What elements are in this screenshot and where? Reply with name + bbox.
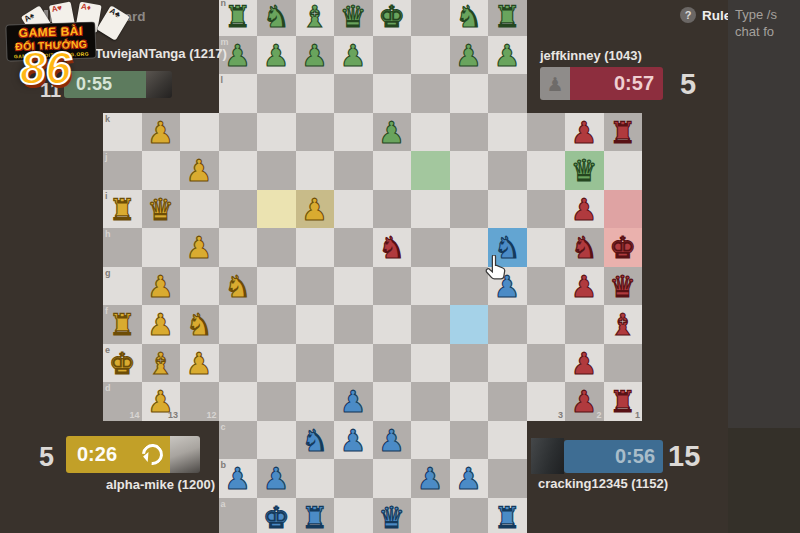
yellow-P-piece: ♟ xyxy=(142,267,181,306)
square[interactable] xyxy=(411,382,450,421)
square[interactable] xyxy=(411,228,450,267)
rank-label: a xyxy=(221,499,226,509)
rank-label: m xyxy=(221,37,229,47)
square[interactable]: ♟ xyxy=(180,344,219,383)
chat-placeholder-line1: Type /s xyxy=(735,6,800,23)
square[interactable] xyxy=(373,267,412,306)
refresh-turn-icon xyxy=(138,440,168,470)
square[interactable] xyxy=(488,74,527,113)
square[interactable] xyxy=(296,74,335,113)
square[interactable] xyxy=(219,382,258,421)
green-Q-piece: ♛ xyxy=(565,151,604,190)
square[interactable]: ♟ xyxy=(180,151,219,190)
square[interactable] xyxy=(334,74,373,113)
square[interactable]: ♟ xyxy=(488,36,527,75)
blue-P-piece: ♟ xyxy=(257,459,296,498)
square[interactable] xyxy=(180,267,219,306)
clock-time-red: 0:57 xyxy=(570,67,663,100)
red-R-piece: ♜ xyxy=(604,113,643,152)
square[interactable]: ♛ xyxy=(142,190,181,229)
square[interactable]: a xyxy=(219,498,258,533)
cut-corner xyxy=(180,74,219,113)
yellow-R-piece: ♜ xyxy=(103,305,142,344)
red-P-piece: ♟ xyxy=(565,344,604,383)
cut-corner xyxy=(565,498,604,533)
player-name-blue[interactable]: cracking12345 (1152) xyxy=(538,476,668,491)
square[interactable] xyxy=(334,190,373,229)
square[interactable] xyxy=(450,228,489,267)
square[interactable] xyxy=(565,305,604,344)
square[interactable] xyxy=(296,228,335,267)
square[interactable] xyxy=(257,151,296,190)
square[interactable]: ♜ xyxy=(296,498,335,533)
square[interactable] xyxy=(450,344,489,383)
rank-label: f xyxy=(105,306,108,316)
clock-red: ♟ 0:57 xyxy=(540,67,663,100)
square[interactable]: ♟ xyxy=(334,36,373,75)
square[interactable] xyxy=(219,190,258,229)
rank-label: g xyxy=(105,268,111,278)
square[interactable]: j xyxy=(103,151,142,190)
square[interactable] xyxy=(373,36,412,75)
square[interactable] xyxy=(257,382,296,421)
square[interactable]: ♞ xyxy=(565,228,604,267)
square[interactable] xyxy=(450,190,489,229)
chat-panel-lower xyxy=(728,428,800,533)
square[interactable] xyxy=(527,190,566,229)
square[interactable]: ♟ xyxy=(296,36,335,75)
square[interactable] xyxy=(219,151,258,190)
square[interactable] xyxy=(180,190,219,229)
cut-corner xyxy=(527,0,566,36)
square[interactable]: ♟ xyxy=(257,36,296,75)
square[interactable] xyxy=(604,190,643,229)
file-label: 14 xyxy=(129,410,139,420)
blue-P-piece: ♟ xyxy=(450,459,489,498)
square[interactable] xyxy=(257,305,296,344)
yellow-R-piece: ♜ xyxy=(103,190,142,229)
chat-panel: Type /s chat fo xyxy=(728,0,800,533)
square[interactable] xyxy=(488,113,527,152)
square[interactable] xyxy=(450,498,489,533)
cut-corner xyxy=(142,0,181,36)
logo-number: 86 xyxy=(20,45,71,91)
square[interactable] xyxy=(296,382,335,421)
rank-label: c xyxy=(221,422,226,432)
square[interactable]: ♜ xyxy=(488,498,527,533)
square[interactable]: ♟ xyxy=(373,421,412,460)
square[interactable] xyxy=(142,228,181,267)
square[interactable] xyxy=(334,498,373,533)
file-label: 1 xyxy=(635,410,640,420)
square[interactable]: ♟ xyxy=(565,113,604,152)
square[interactable] xyxy=(334,151,373,190)
square[interactable]: ♝ xyxy=(604,305,643,344)
square[interactable]: ♟ xyxy=(411,459,450,498)
square[interactable] xyxy=(373,459,412,498)
turn-indicator-wrap xyxy=(142,436,170,473)
square[interactable]: h xyxy=(103,228,142,267)
square[interactable]: ♟ xyxy=(450,36,489,75)
red-P-piece: ♟ xyxy=(565,113,604,152)
green-P-piece: ♟ xyxy=(450,36,489,75)
square[interactable]: e♚ xyxy=(103,344,142,383)
square[interactable] xyxy=(411,190,450,229)
rank-label: l xyxy=(221,75,224,85)
yellow-N-piece: ♞ xyxy=(219,267,258,306)
blue-N-piece: ♞ xyxy=(296,421,335,460)
score-red: 5 xyxy=(680,68,696,101)
green-P-piece: ♟ xyxy=(334,36,373,75)
rank-label: d xyxy=(105,383,111,393)
square[interactable] xyxy=(450,382,489,421)
square[interactable]: ♞ xyxy=(450,0,489,36)
square[interactable]: ♟ xyxy=(334,382,373,421)
yellow-N-piece: ♞ xyxy=(180,305,219,344)
cut-corner xyxy=(180,0,219,36)
square[interactable]: b♟ xyxy=(219,459,258,498)
square[interactable]: ♚ xyxy=(604,228,643,267)
square[interactable] xyxy=(334,228,373,267)
green-N-piece: ♞ xyxy=(257,0,296,36)
square[interactable] xyxy=(527,344,566,383)
square[interactable]: ♝ xyxy=(142,344,181,383)
square[interactable] xyxy=(296,151,335,190)
square[interactable]: ♟ xyxy=(142,267,181,306)
square[interactable]: ♞ xyxy=(373,228,412,267)
square[interactable] xyxy=(411,36,450,75)
app-window: n♜♞♝♛♚♞♜m♟♟♟♟♟♟lk♟♟♟♜j♟♛i♜♛♟♟h♟♞♞♞♚g♟♞♟♟… xyxy=(0,0,800,533)
avatar-red: ♟ xyxy=(540,67,570,100)
red-P-piece: ♟ xyxy=(565,267,604,306)
square[interactable] xyxy=(373,151,412,190)
blue-R-piece: ♜ xyxy=(296,498,335,533)
square[interactable]: ♛ xyxy=(334,0,373,36)
square[interactable]: ♟ xyxy=(142,305,181,344)
chat-placeholder-line2: chat fo xyxy=(735,23,800,40)
square[interactable]: ♟ xyxy=(142,113,181,152)
green-Q-piece: ♛ xyxy=(334,0,373,36)
cut-corner xyxy=(604,0,643,36)
square[interactable] xyxy=(604,151,643,190)
yellow-P-piece: ♟ xyxy=(180,344,219,383)
cut-corner xyxy=(604,498,643,533)
square[interactable] xyxy=(411,421,450,460)
cut-corner xyxy=(142,498,181,533)
square[interactable] xyxy=(296,344,335,383)
square[interactable]: ♞ xyxy=(257,0,296,36)
square[interactable] xyxy=(296,267,335,306)
blue-P-piece: ♟ xyxy=(411,459,450,498)
square[interactable] xyxy=(411,151,450,190)
square[interactable]: k xyxy=(103,113,142,152)
chat-input[interactable]: Type /s chat fo xyxy=(735,6,800,40)
clock-yellow: 0:26 xyxy=(66,436,200,473)
red-N-piece: ♞ xyxy=(565,228,604,267)
square[interactable] xyxy=(488,151,527,190)
clock-blue: 0:56 xyxy=(564,440,663,473)
square[interactable]: ♟ xyxy=(373,113,412,152)
square[interactable]: ♟ xyxy=(257,459,296,498)
file-label: 13 xyxy=(168,410,178,420)
square[interactable]: ♛ xyxy=(373,498,412,533)
square[interactable] xyxy=(219,228,258,267)
square[interactable]: 2♟ xyxy=(565,382,604,421)
square[interactable] xyxy=(373,344,412,383)
green-P-piece: ♟ xyxy=(488,36,527,75)
square[interactable]: 1♜ xyxy=(604,382,643,421)
square[interactable] xyxy=(488,421,527,460)
square[interactable] xyxy=(219,305,258,344)
blue-R-piece: ♜ xyxy=(488,498,527,533)
square[interactable] xyxy=(488,190,527,229)
square[interactable] xyxy=(257,74,296,113)
green-P-piece: ♟ xyxy=(296,36,335,75)
file-label: 2 xyxy=(596,410,601,420)
square[interactable]: ♟ xyxy=(565,344,604,383)
red-N-piece: ♞ xyxy=(373,228,412,267)
square[interactable]: ♟ xyxy=(180,228,219,267)
webcam-green xyxy=(146,71,172,98)
square[interactable]: ♟ xyxy=(450,459,489,498)
green-K-piece: ♚ xyxy=(373,0,412,36)
square[interactable] xyxy=(411,498,450,533)
square[interactable] xyxy=(604,344,643,383)
yellow-P-piece: ♟ xyxy=(180,228,219,267)
square[interactable] xyxy=(219,344,258,383)
square[interactable]: ♛ xyxy=(565,151,604,190)
file-label: 12 xyxy=(206,410,216,420)
clock-time-blue: 0:56 xyxy=(564,440,663,473)
rank-label: b xyxy=(221,460,227,470)
square[interactable]: ♜ xyxy=(488,0,527,36)
square[interactable]: i♜ xyxy=(103,190,142,229)
square[interactable] xyxy=(488,382,527,421)
square[interactable] xyxy=(334,344,373,383)
yellow-B-piece: ♝ xyxy=(142,344,181,383)
square[interactable]: ♝ xyxy=(296,0,335,36)
square[interactable] xyxy=(219,113,258,152)
square[interactable] xyxy=(527,305,566,344)
square[interactable]: ♚ xyxy=(373,0,412,36)
square[interactable] xyxy=(488,459,527,498)
square[interactable]: n♜ xyxy=(219,0,258,36)
player-name-red[interactable]: jeffkinney (1043) xyxy=(540,48,642,63)
green-R-piece: ♜ xyxy=(488,0,527,36)
square[interactable] xyxy=(373,74,412,113)
square[interactable]: f♜ xyxy=(103,305,142,344)
green-P-piece: ♟ xyxy=(373,113,412,152)
square[interactable] xyxy=(257,267,296,306)
square[interactable] xyxy=(334,305,373,344)
square[interactable] xyxy=(373,382,412,421)
red-Q-piece: ♛ xyxy=(604,267,643,306)
score-yellow: 5 xyxy=(39,442,54,473)
square[interactable] xyxy=(411,267,450,306)
square[interactable]: g xyxy=(103,267,142,306)
square[interactable] xyxy=(411,113,450,152)
yellow-Q-piece: ♛ xyxy=(142,190,181,229)
green-N-piece: ♞ xyxy=(450,0,489,36)
square[interactable]: l xyxy=(219,74,258,113)
rank-label: k xyxy=(105,114,110,124)
green-B-piece: ♝ xyxy=(296,0,335,36)
rank-label: e xyxy=(105,345,110,355)
square[interactable] xyxy=(296,459,335,498)
square[interactable]: ♜ xyxy=(604,113,643,152)
square[interactable] xyxy=(450,305,489,344)
square[interactable] xyxy=(142,151,181,190)
square[interactable] xyxy=(411,74,450,113)
square[interactable] xyxy=(180,113,219,152)
red-K-piece: ♚ xyxy=(604,228,643,267)
rank-label: h xyxy=(105,229,111,239)
blue-Q-piece: ♛ xyxy=(373,498,412,533)
square[interactable] xyxy=(296,305,335,344)
square[interactable] xyxy=(488,344,527,383)
player-name-yellow[interactable]: alpha-mike (1200) xyxy=(106,477,215,492)
square[interactable] xyxy=(450,267,489,306)
square[interactable]: ♟ xyxy=(296,190,335,229)
cut-corner xyxy=(103,498,142,533)
yellow-P-piece: ♟ xyxy=(180,151,219,190)
blue-P-piece: ♟ xyxy=(334,382,373,421)
square[interactable]: 12 xyxy=(180,382,219,421)
pawn-avatar-icon: ♟ xyxy=(546,73,563,95)
rank-label: j xyxy=(105,152,108,162)
blue-P-piece: ♟ xyxy=(373,421,412,460)
square[interactable] xyxy=(488,305,527,344)
square[interactable]: ♞ xyxy=(219,267,258,306)
square[interactable]: ♛ xyxy=(604,267,643,306)
square[interactable] xyxy=(257,113,296,152)
red-B-piece: ♝ xyxy=(604,305,643,344)
square[interactable] xyxy=(450,151,489,190)
rank-label: n xyxy=(221,0,227,8)
square[interactable]: ♟ xyxy=(565,190,604,229)
square[interactable] xyxy=(334,113,373,152)
cut-corner xyxy=(565,0,604,36)
square[interactable]: 14d xyxy=(103,382,142,421)
rank-label: i xyxy=(105,191,108,201)
green-P-piece: ♟ xyxy=(257,36,296,75)
square[interactable] xyxy=(334,267,373,306)
yellow-P-piece: ♟ xyxy=(142,113,181,152)
webcam-blue xyxy=(531,438,564,474)
square[interactable] xyxy=(296,113,335,152)
square[interactable] xyxy=(257,190,296,229)
watermark-logo: A♠ A♥ A♦ A♣ GAME BÀI ĐỔI THƯỞNG GAMEBAID… xyxy=(6,1,126,101)
square[interactable] xyxy=(334,459,373,498)
clock-time-yellow: 0:26 xyxy=(66,436,142,473)
square[interactable] xyxy=(257,228,296,267)
square[interactable] xyxy=(527,113,566,152)
square[interactable] xyxy=(373,190,412,229)
mouse-cursor-hand xyxy=(485,255,506,284)
square[interactable] xyxy=(411,0,450,36)
square[interactable] xyxy=(373,305,412,344)
square[interactable] xyxy=(257,421,296,460)
cut-corner xyxy=(180,498,219,533)
file-label: 3 xyxy=(558,410,563,420)
square[interactable]: ♟ xyxy=(334,421,373,460)
square[interactable] xyxy=(527,267,566,306)
square[interactable]: 3 xyxy=(527,382,566,421)
score-blue: 15 xyxy=(668,440,700,473)
square[interactable]: ♟ xyxy=(565,267,604,306)
square[interactable] xyxy=(257,344,296,383)
help-circle-icon: ? xyxy=(680,7,696,23)
square[interactable] xyxy=(527,151,566,190)
yellow-P-piece: ♟ xyxy=(142,305,181,344)
square[interactable]: c xyxy=(219,421,258,460)
square[interactable]: 13♟ xyxy=(142,382,181,421)
blue-K-piece: ♚ xyxy=(257,498,296,533)
square[interactable] xyxy=(450,421,489,460)
square[interactable] xyxy=(450,113,489,152)
webcam-yellow xyxy=(170,436,200,473)
square[interactable] xyxy=(411,344,450,383)
square[interactable] xyxy=(411,305,450,344)
red-P-piece: ♟ xyxy=(565,190,604,229)
square[interactable]: ♚ xyxy=(257,498,296,533)
blue-P-piece: ♟ xyxy=(334,421,373,460)
square[interactable]: ♞ xyxy=(296,421,335,460)
yellow-P-piece: ♟ xyxy=(296,190,335,229)
square[interactable] xyxy=(450,74,489,113)
square[interactable] xyxy=(527,228,566,267)
square[interactable]: ♞ xyxy=(180,305,219,344)
cut-corner xyxy=(527,498,566,533)
